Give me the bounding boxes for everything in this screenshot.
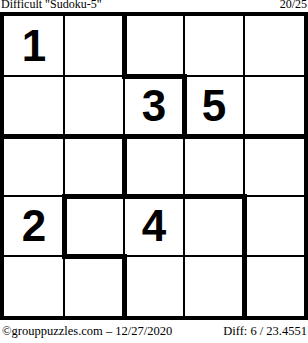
puzzle-title: Difficult "Sudoku-5" — [1, 0, 102, 11]
grid-lines-layer — [4, 16, 304, 316]
region-border-v-r4c1 — [62, 194, 67, 259]
region-border-h-r4c2 — [62, 254, 127, 259]
region-border-v-r2c3 — [182, 74, 187, 139]
thin-vline-3 — [183, 16, 185, 316]
region-border-h-r2c2 — [62, 134, 127, 139]
header: Difficult "Sudoku-5" 20/25 — [1, 0, 307, 11]
thin-hline-4 — [4, 255, 304, 257]
region-border-v-r5c4 — [242, 254, 247, 319]
region-border-v-r3c2 — [122, 134, 127, 199]
region-border-h-r2c3 — [122, 134, 187, 139]
footer: ©grouppuzzles.com – 12/27/2020 Diff: 6 /… — [2, 324, 307, 338]
region-border-v-r4c4 — [242, 194, 247, 259]
region-border-h-r3c3 — [122, 194, 187, 199]
region-border-h-r1c3 — [122, 74, 187, 79]
puzzle-counter: 20/25 — [280, 0, 307, 11]
region-border-h-r2c4 — [182, 134, 247, 139]
region-border-h-r3c4 — [182, 194, 247, 199]
region-border-v-r5c2 — [122, 254, 127, 319]
region-border-h-r2c1 — [2, 134, 67, 139]
region-border-h-r2c5 — [242, 134, 307, 139]
difficulty-rating: Diff: 6 / 23.4551 — [223, 324, 307, 338]
sudoku-board: 13524 — [0, 12, 308, 320]
puzzle-page: Difficult "Sudoku-5" 20/25 13524 ©groupp… — [0, 0, 308, 343]
thin-vline-1 — [63, 16, 65, 316]
region-border-h-r3c2 — [62, 194, 127, 199]
copyright-credit: ©grouppuzzles.com – 12/27/2020 — [2, 324, 172, 338]
region-border-v-r1c2 — [122, 14, 127, 79]
